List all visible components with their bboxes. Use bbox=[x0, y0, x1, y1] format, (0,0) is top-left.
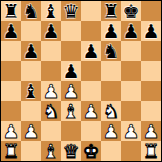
square-b1[interactable] bbox=[21, 141, 41, 161]
square-d7[interactable] bbox=[61, 21, 81, 41]
square-e1[interactable]: ♚ bbox=[81, 141, 101, 161]
piece-black-pawn: ♟ bbox=[42, 21, 59, 41]
piece-black-rook: ♜ bbox=[102, 1, 119, 21]
piece-white-rook: ♜ bbox=[142, 141, 159, 161]
square-d8[interactable]: ♛ bbox=[61, 1, 81, 21]
square-f3[interactable]: ♞ bbox=[101, 101, 121, 121]
square-c4[interactable]: ♟ bbox=[41, 81, 61, 101]
piece-black-pawn: ♟ bbox=[2, 21, 19, 41]
square-g2[interactable]: ♟ bbox=[121, 121, 141, 141]
piece-black-pawn: ♟ bbox=[22, 41, 39, 61]
square-c8[interactable]: ♝ bbox=[41, 1, 61, 21]
piece-black-pawn: ♟ bbox=[62, 61, 79, 81]
square-e2[interactable] bbox=[81, 121, 101, 141]
piece-white-pawn: ♟ bbox=[22, 121, 39, 141]
square-e7[interactable] bbox=[81, 21, 101, 41]
piece-white-knight: ♞ bbox=[102, 101, 119, 121]
square-f4[interactable] bbox=[101, 81, 121, 101]
square-d2[interactable] bbox=[61, 121, 81, 141]
square-c1[interactable]: ♝ bbox=[41, 141, 61, 161]
square-f5[interactable] bbox=[101, 61, 121, 81]
square-d5[interactable]: ♟ bbox=[61, 61, 81, 81]
square-a6[interactable] bbox=[1, 41, 21, 61]
square-e4[interactable] bbox=[81, 81, 101, 101]
square-d4[interactable]: ♟ bbox=[61, 81, 81, 101]
square-d3[interactable]: ♝ bbox=[61, 101, 81, 121]
square-d6[interactable] bbox=[61, 41, 81, 61]
square-h5[interactable] bbox=[141, 61, 161, 81]
square-f1[interactable] bbox=[101, 141, 121, 161]
piece-black-pawn: ♟ bbox=[122, 21, 139, 41]
piece-white-bishop: ♝ bbox=[42, 141, 59, 161]
square-h8[interactable] bbox=[141, 1, 161, 21]
piece-white-pawn: ♟ bbox=[2, 121, 19, 141]
piece-black-bishop: ♝ bbox=[42, 1, 59, 21]
square-h7[interactable]: ♟ bbox=[141, 21, 161, 41]
piece-white-pawn: ♟ bbox=[142, 121, 159, 141]
square-c3[interactable]: ♞ bbox=[41, 101, 61, 121]
square-a7[interactable]: ♟ bbox=[1, 21, 21, 41]
piece-white-knight: ♞ bbox=[42, 101, 59, 121]
piece-black-queen: ♛ bbox=[62, 1, 79, 21]
piece-black-pawn: ♟ bbox=[102, 21, 119, 41]
square-g5[interactable] bbox=[121, 61, 141, 81]
piece-black-pawn: ♟ bbox=[142, 21, 159, 41]
piece-white-pawn: ♟ bbox=[42, 81, 59, 101]
square-g8[interactable]: ♚ bbox=[121, 1, 141, 21]
piece-black-bishop: ♝ bbox=[22, 81, 39, 101]
piece-white-bishop: ♝ bbox=[62, 101, 79, 121]
square-b3[interactable] bbox=[21, 101, 41, 121]
square-e8[interactable] bbox=[81, 1, 101, 21]
square-a1[interactable]: ♜ bbox=[1, 141, 21, 161]
square-h6[interactable] bbox=[141, 41, 161, 61]
square-b2[interactable]: ♟ bbox=[21, 121, 41, 141]
square-b7[interactable] bbox=[21, 21, 41, 41]
square-b5[interactable] bbox=[21, 61, 41, 81]
square-b6[interactable]: ♟ bbox=[21, 41, 41, 61]
square-h3[interactable] bbox=[141, 101, 161, 121]
square-h1[interactable]: ♜ bbox=[141, 141, 161, 161]
piece-white-rook: ♜ bbox=[2, 141, 19, 161]
piece-white-king: ♚ bbox=[82, 141, 99, 161]
square-a2[interactable]: ♟ bbox=[1, 121, 21, 141]
piece-black-knight: ♞ bbox=[22, 1, 39, 21]
piece-black-rook: ♜ bbox=[2, 1, 19, 21]
piece-white-pawn: ♟ bbox=[62, 81, 79, 101]
square-a3[interactable] bbox=[1, 101, 21, 121]
square-h2[interactable]: ♟ bbox=[141, 121, 161, 141]
chess-board: ♜♞♝♛♜♚♟♟♟♟♟♟♟♞♟♝♟♟♞♝♟♞♟♟♟♟♟♜♝♛♚♜ bbox=[0, 0, 162, 162]
square-f2[interactable]: ♟ bbox=[101, 121, 121, 141]
square-g6[interactable] bbox=[121, 41, 141, 61]
square-g4[interactable] bbox=[121, 81, 141, 101]
square-e6[interactable]: ♟ bbox=[81, 41, 101, 61]
piece-white-pawn: ♟ bbox=[102, 121, 119, 141]
square-c2[interactable] bbox=[41, 121, 61, 141]
square-g1[interactable] bbox=[121, 141, 141, 161]
square-f8[interactable]: ♜ bbox=[101, 1, 121, 21]
square-c6[interactable] bbox=[41, 41, 61, 61]
piece-black-pawn: ♟ bbox=[82, 41, 99, 61]
square-a5[interactable] bbox=[1, 61, 21, 81]
square-c5[interactable] bbox=[41, 61, 61, 81]
square-a8[interactable]: ♜ bbox=[1, 1, 21, 21]
square-e3[interactable]: ♟ bbox=[81, 101, 101, 121]
square-f6[interactable]: ♞ bbox=[101, 41, 121, 61]
square-b4[interactable]: ♝ bbox=[21, 81, 41, 101]
square-e5[interactable] bbox=[81, 61, 101, 81]
piece-white-pawn: ♟ bbox=[82, 101, 99, 121]
square-h4[interactable] bbox=[141, 81, 161, 101]
square-b8[interactable]: ♞ bbox=[21, 1, 41, 21]
square-d1[interactable]: ♛ bbox=[61, 141, 81, 161]
square-g3[interactable] bbox=[121, 101, 141, 121]
piece-black-king: ♚ bbox=[122, 1, 139, 21]
piece-white-pawn: ♟ bbox=[122, 121, 139, 141]
square-a4[interactable] bbox=[1, 81, 21, 101]
piece-black-knight: ♞ bbox=[102, 41, 119, 61]
square-c7[interactable]: ♟ bbox=[41, 21, 61, 41]
square-f7[interactable]: ♟ bbox=[101, 21, 121, 41]
square-g7[interactable]: ♟ bbox=[121, 21, 141, 41]
piece-white-queen: ♛ bbox=[62, 141, 79, 161]
